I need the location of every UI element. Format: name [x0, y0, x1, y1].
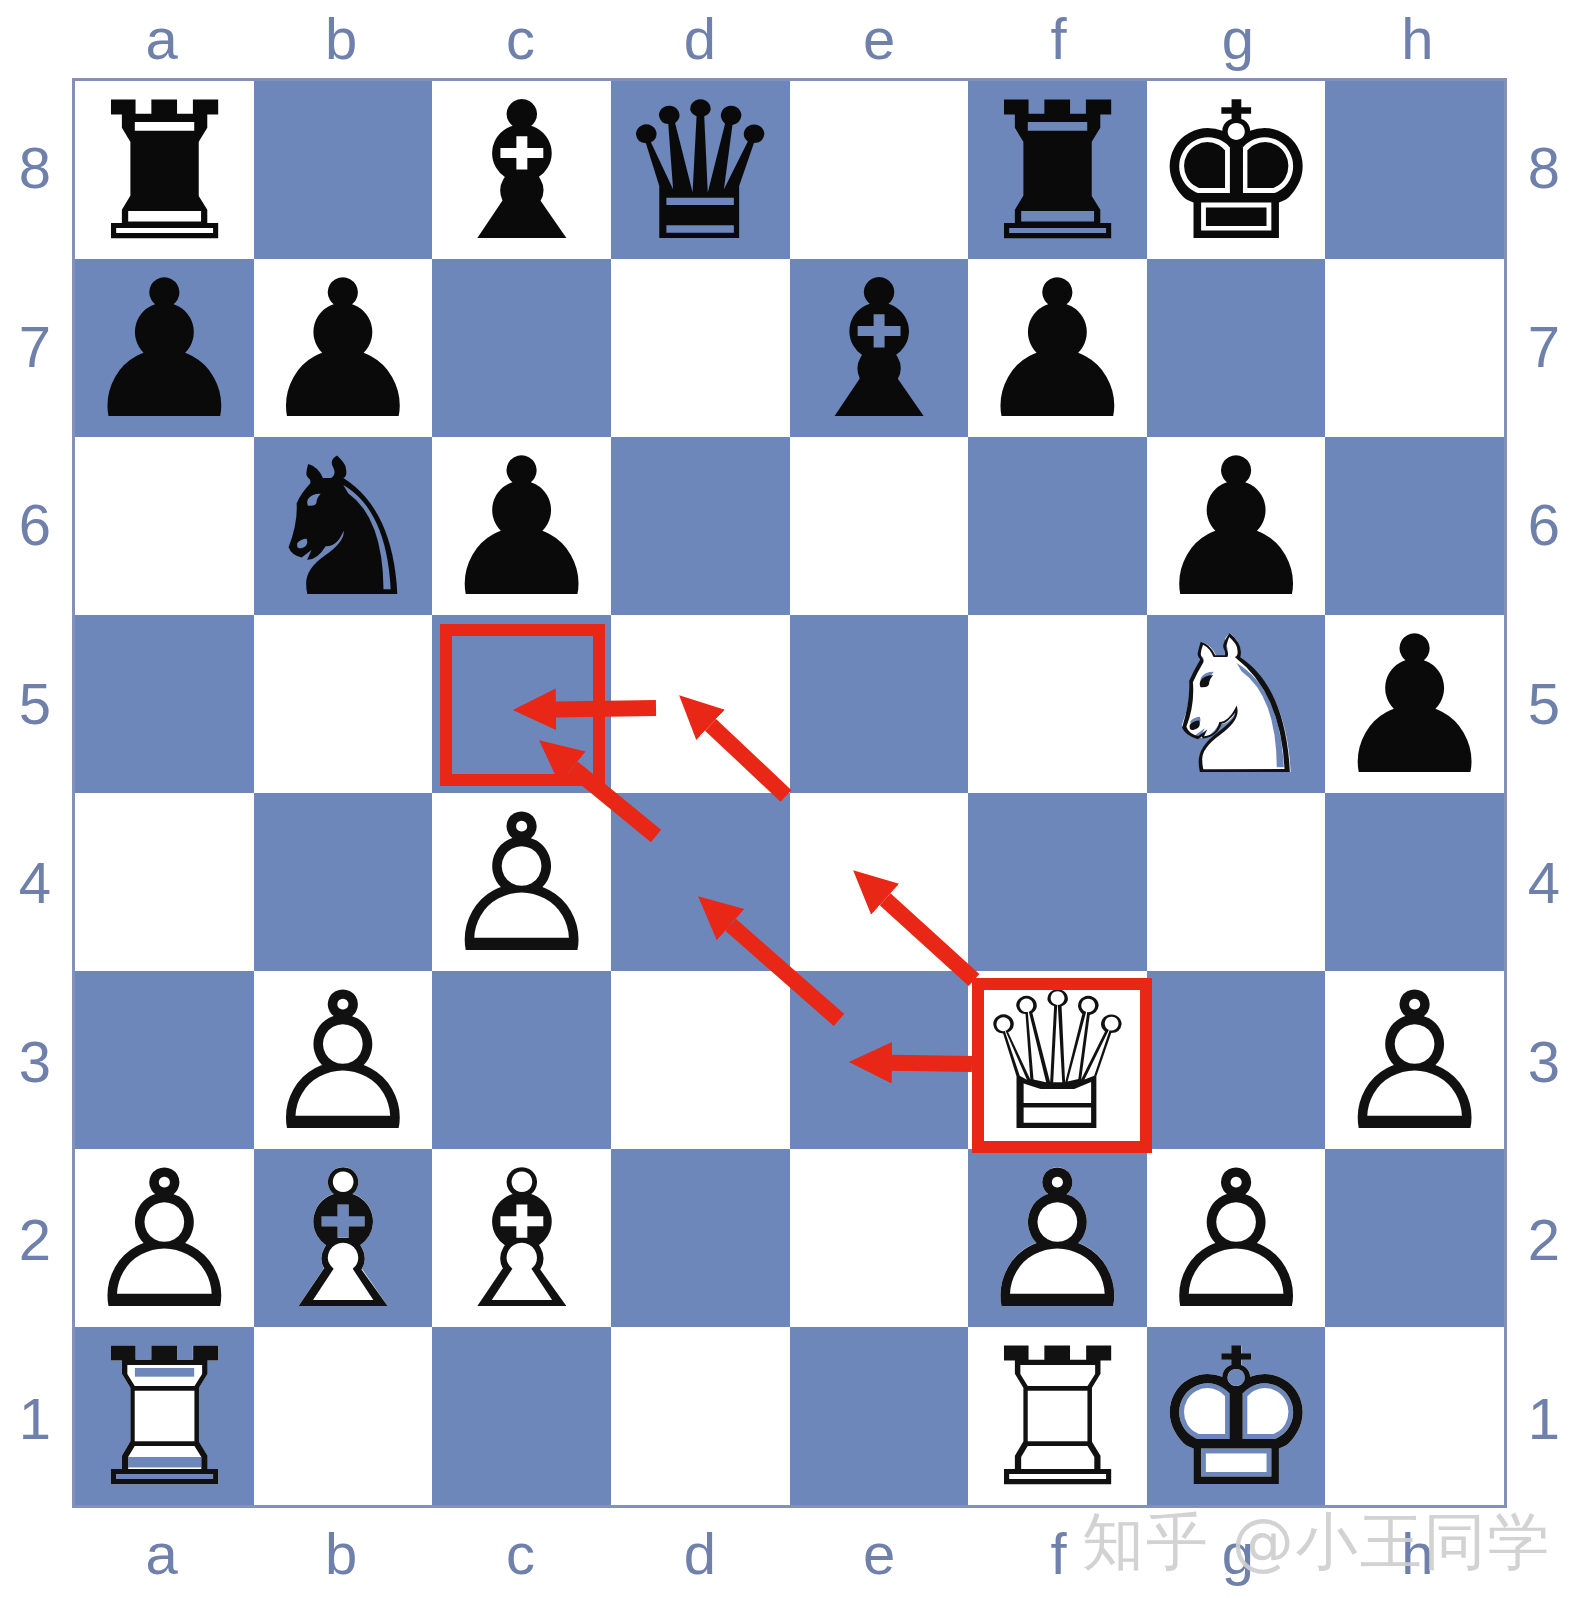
rank-label-right-6: 6 [1509, 436, 1579, 615]
square-c1[interactable] [432, 1327, 611, 1505]
black-pawn-piece: ♟ [436, 440, 606, 618]
white-pawn-piece: ♟♙ [1151, 1152, 1321, 1330]
square-f7[interactable]: ♟ [968, 259, 1147, 437]
square-f4[interactable] [968, 793, 1147, 971]
file-label-bottom-d: d [610, 1508, 789, 1598]
square-f2[interactable]: ♟♙ [968, 1149, 1147, 1327]
white-king-piece: ♚♔ [1151, 1330, 1321, 1508]
rank-label-right-4: 4 [1509, 793, 1579, 972]
rank-labels-right: 87654321 [1509, 78, 1579, 1508]
square-a4[interactable] [75, 793, 254, 971]
square-c3[interactable] [432, 971, 611, 1149]
white-knight-piece: ♞♘ [1151, 618, 1321, 796]
square-h5[interactable]: ♟ [1325, 615, 1504, 793]
white-pawn-piece: ♟♙ [972, 1152, 1142, 1330]
square-h8[interactable] [1325, 81, 1504, 259]
black-bishop-piece: ♝ [794, 262, 964, 440]
square-f5[interactable] [968, 615, 1147, 793]
black-pawn-piece: ♟ [1151, 440, 1321, 618]
square-b7[interactable]: ♟ [254, 259, 433, 437]
black-rook-piece: ♜ [79, 84, 249, 262]
chess-lesson-screenshot: abcdefgh abcdefgh 87654321 87654321 ♜♝♛♜… [0, 0, 1580, 1598]
square-g3[interactable] [1147, 971, 1326, 1149]
rank-label-right-7: 7 [1509, 257, 1579, 436]
file-label-top-a: a [72, 0, 251, 76]
rank-label-left-4: 4 [0, 793, 70, 972]
file-label-bottom-a: a [72, 1508, 251, 1598]
black-pawn-piece: ♟ [258, 262, 428, 440]
square-c4[interactable]: ♟♙ [432, 793, 611, 971]
file-label-top-d: d [610, 0, 789, 76]
black-king-piece: ♚ [1151, 84, 1321, 262]
square-b3[interactable]: ♟♙ [254, 971, 433, 1149]
square-b4[interactable] [254, 793, 433, 971]
square-c6[interactable]: ♟ [432, 437, 611, 615]
white-pawn-piece: ♟♙ [79, 1152, 249, 1330]
black-pawn-piece: ♟ [972, 262, 1142, 440]
square-e7[interactable]: ♝ [790, 259, 969, 437]
square-b5[interactable] [254, 615, 433, 793]
square-b6[interactable]: ♞ [254, 437, 433, 615]
file-label-top-b: b [251, 0, 430, 76]
rank-label-right-5: 5 [1509, 614, 1579, 793]
square-e5[interactable] [790, 615, 969, 793]
rank-label-right-3: 3 [1509, 972, 1579, 1151]
square-g1[interactable]: ♚♔ [1147, 1327, 1326, 1505]
chess-board: ♜♝♛♜♚♟♟♝♟♞♟♟♞♘♟♟♙♟♙♛♕♟♙♟♙♝♗♝♗♟♙♟♙♜♖♜♖♚♔ [72, 78, 1507, 1508]
rank-labels-left: 87654321 [0, 78, 70, 1508]
square-f3[interactable]: ♛♕ [968, 971, 1147, 1149]
rank-label-left-8: 8 [0, 78, 70, 257]
square-d1[interactable] [611, 1327, 790, 1505]
black-bishop-piece: ♝ [436, 84, 606, 262]
square-a2[interactable]: ♟♙ [75, 1149, 254, 1327]
white-rook-piece: ♜♖ [972, 1330, 1142, 1508]
file-label-bottom-e: e [790, 1508, 969, 1598]
square-a7[interactable]: ♟ [75, 259, 254, 437]
black-knight-piece: ♞ [258, 440, 428, 618]
square-d5[interactable] [611, 615, 790, 793]
rank-label-left-6: 6 [0, 436, 70, 615]
square-d3[interactable] [611, 971, 790, 1149]
file-label-bottom-c: c [431, 1508, 610, 1598]
square-a8[interactable]: ♜ [75, 81, 254, 259]
file-label-top-g: g [1148, 0, 1327, 76]
square-d8[interactable]: ♛ [611, 81, 790, 259]
square-e4[interactable] [790, 793, 969, 971]
white-pawn-piece: ♟♙ [436, 796, 606, 974]
square-a3[interactable] [75, 971, 254, 1149]
square-g2[interactable]: ♟♙ [1147, 1149, 1326, 1327]
file-label-bottom-b: b [251, 1508, 430, 1598]
file-label-top-e: e [790, 0, 969, 76]
file-label-top-f: f [969, 0, 1148, 76]
rank-label-right-8: 8 [1509, 78, 1579, 257]
rank-label-right-2: 2 [1509, 1151, 1579, 1330]
black-rook-piece: ♜ [972, 84, 1142, 262]
square-h7[interactable] [1325, 259, 1504, 437]
black-queen-piece: ♛ [615, 84, 785, 262]
square-h2[interactable] [1325, 1149, 1504, 1327]
square-h6[interactable] [1325, 437, 1504, 615]
square-b8[interactable] [254, 81, 433, 259]
white-bishop-piece: ♝♗ [436, 1152, 606, 1330]
square-a1[interactable]: ♜♖ [75, 1327, 254, 1505]
square-e6[interactable] [790, 437, 969, 615]
square-f1[interactable]: ♜♖ [968, 1327, 1147, 1505]
rank-label-left-2: 2 [0, 1151, 70, 1330]
square-f6[interactable] [968, 437, 1147, 615]
square-a6[interactable] [75, 437, 254, 615]
square-c5[interactable] [432, 615, 611, 793]
square-d6[interactable] [611, 437, 790, 615]
file-label-top-h: h [1328, 0, 1507, 76]
square-a5[interactable] [75, 615, 254, 793]
white-pawn-piece: ♟♙ [258, 974, 428, 1152]
square-g6[interactable]: ♟ [1147, 437, 1326, 615]
black-pawn-piece: ♟ [79, 262, 249, 440]
square-e3[interactable] [790, 971, 969, 1149]
white-rook-piece: ♜♖ [79, 1330, 249, 1508]
white-bishop-piece: ♝♗ [258, 1152, 428, 1330]
file-label-top-c: c [431, 0, 610, 76]
square-c7[interactable] [432, 259, 611, 437]
square-e2[interactable] [790, 1149, 969, 1327]
square-d7[interactable] [611, 259, 790, 437]
square-d2[interactable] [611, 1149, 790, 1327]
square-b2[interactable]: ♝♗ [254, 1149, 433, 1327]
rank-label-left-3: 3 [0, 972, 70, 1151]
square-h4[interactable] [1325, 793, 1504, 971]
square-d4[interactable] [611, 793, 790, 971]
square-g5[interactable]: ♞♘ [1147, 615, 1326, 793]
square-g8[interactable]: ♚ [1147, 81, 1326, 259]
rank-label-left-7: 7 [0, 257, 70, 436]
square-b1[interactable] [254, 1327, 433, 1505]
square-h1[interactable] [1325, 1327, 1504, 1505]
rank-label-left-1: 1 [0, 1329, 70, 1508]
rank-label-left-5: 5 [0, 614, 70, 793]
square-e1[interactable] [790, 1327, 969, 1505]
square-g7[interactable] [1147, 259, 1326, 437]
file-labels-top: abcdefgh [72, 0, 1507, 76]
black-pawn-piece: ♟ [1330, 618, 1500, 796]
square-e8[interactable] [790, 81, 969, 259]
rank-label-right-1: 1 [1509, 1329, 1579, 1508]
square-h3[interactable]: ♟♙ [1325, 971, 1504, 1149]
watermark: 知乎 @小王同学 [1082, 1500, 1552, 1584]
white-queen-piece: ♛♕ [972, 974, 1142, 1152]
square-c2[interactable]: ♝♗ [432, 1149, 611, 1327]
white-pawn-piece: ♟♙ [1330, 974, 1500, 1152]
square-f8[interactable]: ♜ [968, 81, 1147, 259]
square-g4[interactable] [1147, 793, 1326, 971]
square-c8[interactable]: ♝ [432, 81, 611, 259]
